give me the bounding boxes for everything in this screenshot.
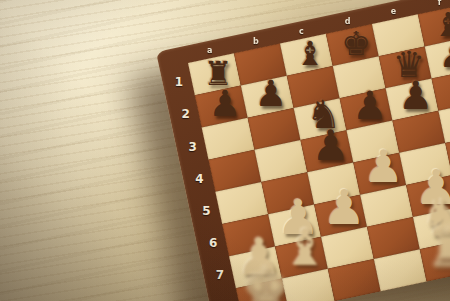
square-a8[interactable]: ♚: [236, 279, 289, 301]
white-pawn-d5[interactable]: ♟: [363, 144, 403, 189]
black-king-d1[interactable]: ♚: [341, 27, 371, 60]
photo-scene: abcdefgh1♜♝♚♝♞2♟♟♛♟♟♜3♞♟♟4♟5♟6♟♟♟7♟♝♞8♚♜: [0, 0, 450, 301]
black-pawn-d3[interactable]: ♟: [352, 86, 387, 125]
chess-board-frame: abcdefgh1♜♝♚♝♞2♟♟♛♟♟♜3♞♟♟4♟5♟6♟♟♟7♟♝♞8♚♜: [156, 0, 450, 301]
black-pawn-c4[interactable]: ♟: [311, 125, 349, 167]
black-pawn-f2[interactable]: ♟: [438, 37, 450, 73]
white-pawn-c6[interactable]: ♟: [322, 183, 365, 231]
black-pawn-a2[interactable]: ♟: [208, 86, 240, 122]
white-rook-e8[interactable]: ♜: [425, 222, 450, 276]
chess-board: abcdefgh1♜♝♚♝♞2♟♟♛♟♟♜3♞♟♟4♟5♟6♟♟♟7♟♝♞8♚♜: [159, 0, 450, 301]
black-pawn-b2[interactable]: ♟: [254, 76, 286, 112]
black-bishop-c1[interactable]: ♝: [295, 37, 325, 70]
black-pawn-e3[interactable]: ♟: [398, 76, 433, 115]
